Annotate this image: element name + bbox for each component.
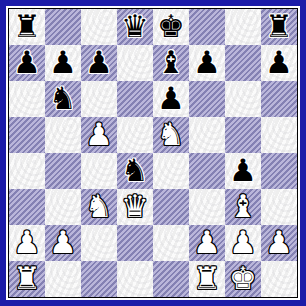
piece-black-pawn: ♟ <box>13 45 41 80</box>
piece-black-bishop: ♝ <box>157 45 185 80</box>
square-b6[interactable]: ♞ <box>45 81 81 117</box>
square-h6[interactable] <box>261 81 297 117</box>
piece-white-king: ♚ <box>229 261 257 296</box>
square-f5[interactable] <box>189 117 225 153</box>
square-c8[interactable] <box>81 9 117 45</box>
piece-white-queen: ♛ <box>121 189 149 224</box>
square-d3[interactable]: ♛ <box>117 189 153 225</box>
piece-white-pawn: ♟ <box>229 225 257 260</box>
piece-white-pawn: ♟ <box>49 225 77 260</box>
square-h2[interactable]: ♟ <box>261 225 297 261</box>
square-c2[interactable] <box>81 225 117 261</box>
square-d1[interactable] <box>117 261 153 297</box>
square-g6[interactable] <box>225 81 261 117</box>
piece-white-bishop: ♝ <box>229 189 257 224</box>
piece-white-knight: ♞ <box>85 189 113 224</box>
piece-black-pawn: ♟ <box>193 45 221 80</box>
square-d2[interactable] <box>117 225 153 261</box>
square-e6[interactable]: ♟ <box>153 81 189 117</box>
square-f4[interactable] <box>189 153 225 189</box>
square-a5[interactable] <box>9 117 45 153</box>
square-f2[interactable]: ♟ <box>189 225 225 261</box>
chess-board: ♜♛♚♜♟♟♟♝♟♟♞♟♟♞♞♟♞♛♝♟♟♟♟♟♜♜♚ <box>9 9 297 297</box>
piece-black-knight: ♞ <box>49 81 77 116</box>
piece-white-pawn: ♟ <box>265 225 293 260</box>
square-a4[interactable] <box>9 153 45 189</box>
piece-black-pawn: ♟ <box>229 153 257 188</box>
square-e5[interactable]: ♞ <box>153 117 189 153</box>
piece-black-king: ♚ <box>157 9 185 44</box>
square-c3[interactable]: ♞ <box>81 189 117 225</box>
square-g4[interactable]: ♟ <box>225 153 261 189</box>
piece-black-rook: ♜ <box>265 9 293 44</box>
square-b2[interactable]: ♟ <box>45 225 81 261</box>
square-b1[interactable] <box>45 261 81 297</box>
square-g1[interactable]: ♚ <box>225 261 261 297</box>
board-white-frame: ♜♛♚♜♟♟♟♝♟♟♞♟♟♞♞♟♞♛♝♟♟♟♟♟♜♜♚ <box>6 6 300 300</box>
piece-white-rook: ♜ <box>13 261 41 296</box>
square-f1[interactable]: ♜ <box>189 261 225 297</box>
square-c5[interactable]: ♟ <box>81 117 117 153</box>
square-e1[interactable] <box>153 261 189 297</box>
square-h1[interactable] <box>261 261 297 297</box>
square-h3[interactable] <box>261 189 297 225</box>
piece-white-rook: ♜ <box>193 261 221 296</box>
piece-black-pawn: ♟ <box>265 45 293 80</box>
square-h8[interactable]: ♜ <box>261 9 297 45</box>
square-a1[interactable]: ♜ <box>9 261 45 297</box>
square-f3[interactable] <box>189 189 225 225</box>
square-d5[interactable] <box>117 117 153 153</box>
piece-black-pawn: ♟ <box>85 45 113 80</box>
square-c7[interactable]: ♟ <box>81 45 117 81</box>
square-g5[interactable] <box>225 117 261 153</box>
square-e3[interactable] <box>153 189 189 225</box>
square-d8[interactable]: ♛ <box>117 9 153 45</box>
square-e2[interactable] <box>153 225 189 261</box>
square-b4[interactable] <box>45 153 81 189</box>
square-a7[interactable]: ♟ <box>9 45 45 81</box>
square-b7[interactable]: ♟ <box>45 45 81 81</box>
square-g7[interactable] <box>225 45 261 81</box>
square-h7[interactable]: ♟ <box>261 45 297 81</box>
square-d4[interactable]: ♞ <box>117 153 153 189</box>
piece-black-pawn: ♟ <box>157 81 185 116</box>
board-black-frame: ♜♛♚♜♟♟♟♝♟♟♞♟♟♞♞♟♞♛♝♟♟♟♟♟♜♜♚ <box>8 8 298 298</box>
square-g8[interactable] <box>225 9 261 45</box>
square-b8[interactable] <box>45 9 81 45</box>
square-g3[interactable]: ♝ <box>225 189 261 225</box>
square-e7[interactable]: ♝ <box>153 45 189 81</box>
square-f6[interactable] <box>189 81 225 117</box>
square-a3[interactable] <box>9 189 45 225</box>
piece-black-queen: ♛ <box>121 9 149 44</box>
square-c1[interactable] <box>81 261 117 297</box>
piece-white-pawn: ♟ <box>13 225 41 260</box>
square-a2[interactable]: ♟ <box>9 225 45 261</box>
square-g2[interactable]: ♟ <box>225 225 261 261</box>
piece-white-pawn: ♟ <box>85 117 113 152</box>
square-h4[interactable] <box>261 153 297 189</box>
square-f8[interactable] <box>189 9 225 45</box>
piece-black-pawn: ♟ <box>49 45 77 80</box>
square-a6[interactable] <box>9 81 45 117</box>
square-d7[interactable] <box>117 45 153 81</box>
square-f7[interactable]: ♟ <box>189 45 225 81</box>
board-outer-border: ♜♛♚♜♟♟♟♝♟♟♞♟♟♞♞♟♞♛♝♟♟♟♟♟♜♜♚ <box>0 0 306 306</box>
square-c6[interactable] <box>81 81 117 117</box>
square-e4[interactable] <box>153 153 189 189</box>
square-b3[interactable] <box>45 189 81 225</box>
piece-black-rook: ♜ <box>13 9 41 44</box>
piece-black-knight: ♞ <box>121 153 149 188</box>
square-c4[interactable] <box>81 153 117 189</box>
square-h5[interactable] <box>261 117 297 153</box>
square-b5[interactable] <box>45 117 81 153</box>
square-d6[interactable] <box>117 81 153 117</box>
piece-white-knight: ♞ <box>157 117 185 152</box>
piece-white-pawn: ♟ <box>193 225 221 260</box>
square-a8[interactable]: ♜ <box>9 9 45 45</box>
square-e8[interactable]: ♚ <box>153 9 189 45</box>
